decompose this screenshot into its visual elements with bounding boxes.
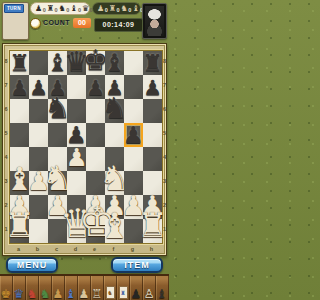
app: { "game": "chess", "position": { "fen": … bbox=[0, 0, 169, 300]
white-rook-skin[interactable]: ♖ bbox=[91, 276, 104, 300]
blue-bishop-skin[interactable]: ♝ bbox=[65, 276, 78, 300]
turn-badge: TURN bbox=[4, 4, 24, 13]
skin-piece-glyph: ♟ bbox=[53, 288, 64, 300]
captured-count: 0 bbox=[43, 7, 46, 13]
rank-label-right-4: 4 bbox=[162, 154, 168, 160]
menu-button[interactable]: MENU bbox=[6, 257, 58, 273]
clock-icon bbox=[30, 18, 41, 29]
captured-icon-rook: ♜ bbox=[47, 3, 54, 14]
square-g5[interactable]: ♟ bbox=[124, 123, 143, 147]
piece-skin-tray: ♚♛♞♞♟♝♟♖♞♜♟♙♝ bbox=[0, 274, 169, 300]
player-right-avatar[interactable] bbox=[142, 3, 167, 39]
captured-count: 0 bbox=[116, 7, 119, 13]
skin-piece-glyph: ♝ bbox=[157, 288, 168, 300]
skin-piece-glyph: ♙ bbox=[144, 288, 155, 300]
square-h1[interactable]: ♜ bbox=[143, 219, 162, 243]
captured-count: 0 bbox=[78, 7, 81, 13]
rank-label-right-6: 6 bbox=[162, 106, 168, 112]
timer-display: 00:14:09 bbox=[94, 18, 143, 32]
captured-icon-knight: ♞ bbox=[120, 3, 127, 14]
old-man-portrait bbox=[145, 6, 164, 36]
green-knight-skin[interactable]: ♞ bbox=[39, 276, 52, 300]
captured-icon-bishop: ♝ bbox=[132, 3, 139, 14]
square-a5[interactable] bbox=[10, 123, 29, 147]
square-h5[interactable] bbox=[143, 123, 162, 147]
captured-icon-rook: ♜ bbox=[109, 3, 116, 14]
card-glyph: ♜ bbox=[120, 290, 125, 296]
piece-black-rook[interactable]: ♜ bbox=[136, 52, 169, 76]
tan-pawn-skin[interactable]: ♟ bbox=[52, 276, 65, 300]
captured-count: 0 bbox=[105, 7, 108, 13]
captured-icon-queen: ♛ bbox=[82, 3, 89, 14]
black-bishop-skin[interactable]: ♝ bbox=[156, 276, 169, 300]
rank-label-left-6: 6 bbox=[3, 106, 9, 112]
square-h4[interactable] bbox=[143, 147, 162, 171]
captured-count: 0 bbox=[66, 7, 69, 13]
brown-card-item[interactable]: ♞ bbox=[104, 276, 117, 300]
item-button[interactable]: ITEM bbox=[111, 257, 163, 273]
square-h6[interactable] bbox=[143, 99, 162, 123]
skin-piece-glyph: ♝ bbox=[66, 288, 77, 300]
captured-count: 0 bbox=[128, 7, 131, 13]
square-a1[interactable]: ♜ bbox=[10, 219, 29, 243]
square-f1[interactable]: ♝ bbox=[105, 219, 124, 243]
captured-black-pieces-tray: ♟0♜0♞0♝0♛0 bbox=[30, 2, 90, 15]
skin-piece-glyph: ♟ bbox=[131, 288, 142, 300]
square-a6[interactable] bbox=[10, 99, 29, 123]
board-frame: ♜♝♛♚♝♜♟♟♟♟♟♟♞♞♟♟♟♝♟♞♞♟♟♟♟♟♟♜♛♚♝♜ 8765432… bbox=[2, 43, 167, 256]
skin-piece-glyph: ♛ bbox=[14, 288, 25, 300]
square-e5[interactable] bbox=[86, 123, 105, 147]
square-b5[interactable] bbox=[29, 123, 48, 147]
square-c6[interactable]: ♞ bbox=[48, 99, 67, 123]
count-value-badge: 00 bbox=[73, 18, 91, 28]
skin-piece-glyph: ♖ bbox=[92, 288, 103, 300]
square-f8[interactable]: ♝ bbox=[105, 51, 124, 75]
captured-white-pieces-tray: ♟0♜0♞0♝0♛0 bbox=[92, 2, 141, 15]
gold-red-king-skin[interactable]: ♚ bbox=[0, 276, 13, 300]
player-left-avatar[interactable]: TURN bbox=[2, 2, 29, 40]
square-g6[interactable] bbox=[124, 99, 143, 123]
square-h7[interactable]: ♟ bbox=[143, 75, 162, 99]
square-a8[interactable]: ♜ bbox=[10, 51, 29, 75]
skin-piece-glyph: ♞ bbox=[40, 288, 51, 300]
white-pawn-skin[interactable]: ♙ bbox=[143, 276, 156, 300]
captured-icon-pawn: ♟ bbox=[35, 3, 42, 14]
square-b1[interactable] bbox=[29, 219, 48, 243]
rank-label-right-3: 3 bbox=[162, 178, 168, 184]
piece-black-pawn[interactable]: ♟ bbox=[136, 78, 169, 99]
square-d6[interactable] bbox=[67, 99, 86, 123]
red-knight-skin[interactable]: ♞ bbox=[26, 276, 39, 300]
captured-count: 0 bbox=[54, 7, 57, 13]
skin-piece-glyph: ♚ bbox=[1, 288, 12, 300]
blue-queen-skin[interactable]: ♛ bbox=[13, 276, 26, 300]
captured-icon-knight: ♞ bbox=[58, 3, 65, 14]
card-glyph: ♞ bbox=[107, 290, 112, 296]
skin-piece-glyph: ♟ bbox=[79, 288, 90, 300]
captured-icon-bishop: ♝ bbox=[70, 3, 77, 14]
rank-label-right-5: 5 bbox=[162, 130, 168, 136]
chess-board: ♜♝♛♚♝♜♟♟♟♟♟♟♞♞♟♟♟♝♟♞♞♟♟♟♟♟♟♜♛♚♝♜ bbox=[9, 50, 163, 244]
captured-icon-pawn: ♟ bbox=[97, 3, 104, 14]
rank-label-left-5: 5 bbox=[3, 130, 9, 136]
square-h8[interactable]: ♜ bbox=[143, 51, 162, 75]
skin-piece-glyph: ♞ bbox=[27, 288, 38, 300]
square-f6[interactable]: ♞ bbox=[105, 99, 124, 123]
card-icon: ♜ bbox=[119, 286, 128, 299]
cream-pawn-skin[interactable]: ♟ bbox=[78, 276, 91, 300]
blue-card-item[interactable]: ♜ bbox=[117, 276, 130, 300]
black-pawn-skin[interactable]: ♟ bbox=[130, 276, 143, 300]
count-label: COUNT bbox=[43, 19, 70, 26]
card-icon: ♞ bbox=[106, 286, 115, 299]
piece-white-rook[interactable]: ♜ bbox=[136, 209, 169, 243]
